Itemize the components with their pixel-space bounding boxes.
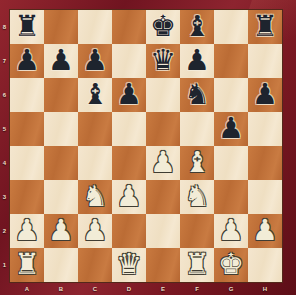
square-h4[interactable]: [248, 146, 282, 180]
square-g2[interactable]: ♟: [214, 214, 248, 248]
square-d1[interactable]: ♛: [112, 248, 146, 282]
square-e2[interactable]: [146, 214, 180, 248]
file-label-g: G: [214, 283, 248, 295]
black-knight-f6[interactable]: ♞: [184, 78, 210, 111]
square-a7[interactable]: ♟: [10, 44, 44, 78]
square-c7[interactable]: ♟: [78, 44, 112, 78]
rank-label-7: 7: [0, 44, 9, 78]
chess-board-photo: ♜♚♝♜♟♟♟♛♟♝♟♞♟♟♟♝♞♟♞♟♟♟♟♟♜♛♜♚ 87654321 AB…: [0, 0, 296, 295]
square-a4[interactable]: [10, 146, 44, 180]
chess-board: ♜♚♝♜♟♟♟♛♟♝♟♞♟♟♟♝♞♟♞♟♟♟♟♟♜♛♜♚: [10, 10, 282, 282]
square-a8[interactable]: ♜: [10, 10, 44, 44]
square-b7[interactable]: ♟: [44, 44, 78, 78]
square-e8[interactable]: ♚: [146, 10, 180, 44]
rank-label-6: 6: [0, 78, 9, 112]
white-pawn-g2[interactable]: ♟: [218, 214, 244, 247]
rank-label-4: 4: [0, 146, 9, 180]
square-g6[interactable]: [214, 78, 248, 112]
black-pawn-f7[interactable]: ♟: [184, 44, 210, 77]
square-a2[interactable]: ♟: [10, 214, 44, 248]
square-a6[interactable]: [10, 78, 44, 112]
square-a5[interactable]: [10, 112, 44, 146]
rank-label-5: 5: [0, 112, 9, 146]
white-pawn-c2[interactable]: ♟: [82, 214, 108, 247]
white-rook-f1[interactable]: ♜: [184, 248, 210, 281]
square-g1[interactable]: ♚: [214, 248, 248, 282]
square-c3[interactable]: ♞: [78, 180, 112, 214]
square-b2[interactable]: ♟: [44, 214, 78, 248]
square-c6[interactable]: ♝: [78, 78, 112, 112]
black-rook-a8[interactable]: ♜: [14, 10, 40, 43]
square-d3[interactable]: ♟: [112, 180, 146, 214]
square-h6[interactable]: ♟: [248, 78, 282, 112]
black-pawn-g5[interactable]: ♟: [218, 112, 244, 145]
square-c5[interactable]: [78, 112, 112, 146]
black-pawn-h6[interactable]: ♟: [252, 78, 278, 111]
square-h5[interactable]: [248, 112, 282, 146]
square-b6[interactable]: [44, 78, 78, 112]
square-b4[interactable]: [44, 146, 78, 180]
square-a3[interactable]: [10, 180, 44, 214]
square-d5[interactable]: [112, 112, 146, 146]
square-h1[interactable]: [248, 248, 282, 282]
square-b1[interactable]: [44, 248, 78, 282]
white-knight-c3[interactable]: ♞: [82, 180, 108, 213]
square-f1[interactable]: ♜: [180, 248, 214, 282]
rank-label-1: 1: [0, 248, 9, 282]
black-pawn-c7[interactable]: ♟: [82, 44, 108, 77]
white-pawn-h2[interactable]: ♟: [252, 214, 278, 247]
file-label-e: E: [146, 283, 180, 295]
black-bishop-f8[interactable]: ♝: [184, 10, 210, 43]
square-e6[interactable]: [146, 78, 180, 112]
rank-label-3: 3: [0, 180, 9, 214]
square-e7[interactable]: ♛: [146, 44, 180, 78]
square-f7[interactable]: ♟: [180, 44, 214, 78]
square-a1[interactable]: ♜: [10, 248, 44, 282]
square-e1[interactable]: [146, 248, 180, 282]
file-label-a: A: [10, 283, 44, 295]
file-label-d: D: [112, 283, 146, 295]
white-queen-d1[interactable]: ♛: [116, 248, 142, 281]
square-h3[interactable]: [248, 180, 282, 214]
square-h8[interactable]: ♜: [248, 10, 282, 44]
square-d4[interactable]: [112, 146, 146, 180]
black-pawn-d6[interactable]: ♟: [116, 78, 142, 111]
black-pawn-a7[interactable]: ♟: [14, 44, 40, 77]
square-g5[interactable]: ♟: [214, 112, 248, 146]
black-king-e8[interactable]: ♚: [150, 10, 176, 43]
square-c1[interactable]: [78, 248, 112, 282]
black-pawn-b7[interactable]: ♟: [48, 44, 74, 77]
square-f4[interactable]: ♝: [180, 146, 214, 180]
square-b5[interactable]: [44, 112, 78, 146]
white-bishop-f4[interactable]: ♝: [184, 146, 210, 179]
white-knight-f3[interactable]: ♞: [184, 180, 210, 213]
square-d6[interactable]: ♟: [112, 78, 146, 112]
black-bishop-c6[interactable]: ♝: [82, 78, 108, 111]
square-f3[interactable]: ♞: [180, 180, 214, 214]
white-rook-a1[interactable]: ♜: [14, 248, 40, 281]
file-label-c: C: [78, 283, 112, 295]
square-c4[interactable]: [78, 146, 112, 180]
file-label-b: B: [44, 283, 78, 295]
square-f5[interactable]: [180, 112, 214, 146]
square-b8[interactable]: [44, 10, 78, 44]
square-g3[interactable]: [214, 180, 248, 214]
square-h7[interactable]: [248, 44, 282, 78]
square-d7[interactable]: [112, 44, 146, 78]
square-e5[interactable]: [146, 112, 180, 146]
square-h2[interactable]: ♟: [248, 214, 282, 248]
white-pawn-b2[interactable]: ♟: [48, 214, 74, 247]
square-b3[interactable]: [44, 180, 78, 214]
file-label-f: F: [180, 283, 214, 295]
square-g8[interactable]: [214, 10, 248, 44]
square-c8[interactable]: [78, 10, 112, 44]
square-e3[interactable]: [146, 180, 180, 214]
square-d2[interactable]: [112, 214, 146, 248]
square-d8[interactable]: [112, 10, 146, 44]
white-pawn-a2[interactable]: ♟: [14, 214, 40, 247]
white-pawn-e4[interactable]: ♟: [150, 146, 176, 179]
rank-label-8: 8: [0, 10, 9, 44]
square-f6[interactable]: ♞: [180, 78, 214, 112]
black-rook-h8[interactable]: ♜: [252, 10, 278, 43]
square-c2[interactable]: ♟: [78, 214, 112, 248]
rank-label-2: 2: [0, 214, 9, 248]
white-king-g1[interactable]: ♚: [218, 248, 244, 281]
white-pawn-d3[interactable]: ♟: [116, 180, 142, 213]
square-e4[interactable]: ♟: [146, 146, 180, 180]
file-label-h: H: [248, 283, 282, 295]
square-f2[interactable]: [180, 214, 214, 248]
square-f8[interactable]: ♝: [180, 10, 214, 44]
black-queen-e7[interactable]: ♛: [150, 44, 176, 77]
square-g7[interactable]: [214, 44, 248, 78]
square-g4[interactable]: [214, 146, 248, 180]
